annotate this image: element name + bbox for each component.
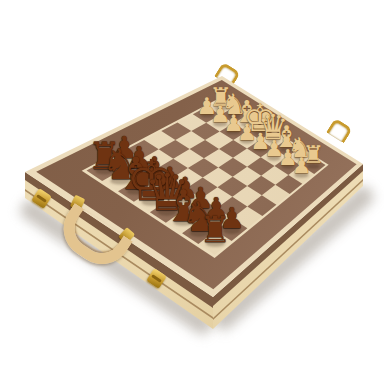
piece-black-rook-a8[interactable]: ♜ — [199, 212, 231, 248]
piece-white-pawn-a2[interactable]: ♟ — [292, 156, 311, 178]
pieces-layer: ♜♞♝♚♛♝♞♜♟♟♟♟♟♟♟♟♟♟♟♟♟♟♟♟♜♞♝♚♛♝♞♜ — [0, 0, 384, 384]
latch-bar — [151, 274, 162, 283]
latch-bar — [36, 194, 47, 203]
chess-case-photo: ♜♞♝♚♛♝♞♜♟♟♟♟♟♟♟♟♟♟♟♟♟♟♟♟♜♞♝♚♛♝♞♜ — [0, 0, 384, 384]
